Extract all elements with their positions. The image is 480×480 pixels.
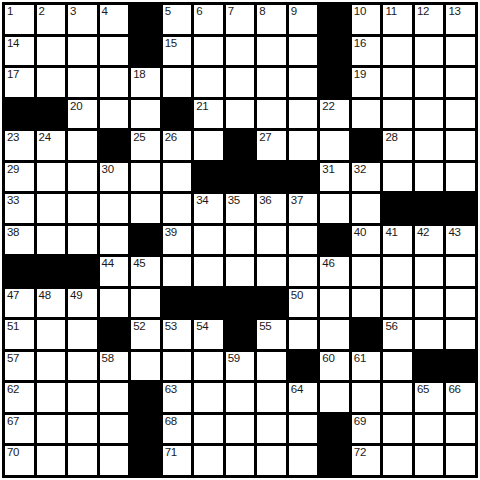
cell-r6c11[interactable]: 31	[320, 163, 349, 192]
cell-r6c6[interactable]	[163, 163, 192, 192]
clue-number-42: 42	[417, 226, 429, 239]
black-cell-r7c13	[383, 194, 412, 223]
cell-r1c2[interactable]: 2	[37, 5, 66, 34]
cell-r12c13[interactable]	[383, 352, 412, 381]
cell-r8c7[interactable]	[194, 226, 223, 255]
clue-number-51: 51	[7, 320, 19, 333]
cell-r4c11[interactable]: 22	[320, 100, 349, 129]
clue-number-66: 66	[448, 383, 460, 396]
cell-r14c15[interactable]	[446, 415, 475, 444]
cell-r7c9[interactable]: 36	[257, 194, 286, 223]
clue-number-49: 49	[70, 289, 82, 302]
cell-r8c15[interactable]: 43	[446, 226, 475, 255]
clue-number-34: 34	[196, 194, 208, 207]
clue-number-59: 59	[228, 352, 240, 365]
cell-r5c11[interactable]	[320, 131, 349, 160]
cell-r8c2[interactable]	[37, 226, 66, 255]
cell-r9c9[interactable]	[257, 257, 286, 286]
cell-r8c8[interactable]	[226, 226, 255, 255]
crossword-board: 1234567891011121314151617181920212223242…	[2, 2, 478, 478]
cell-r13c10[interactable]: 64	[289, 383, 318, 412]
cell-r15c9[interactable]	[257, 446, 286, 475]
cell-r3c5[interactable]: 18	[131, 68, 160, 97]
cell-r1c3[interactable]: 3	[68, 5, 97, 34]
cell-r2c12[interactable]: 16	[352, 37, 381, 66]
clue-number-64: 64	[291, 383, 303, 396]
cell-r9c5[interactable]: 45	[131, 257, 160, 286]
clue-number-5: 5	[165, 5, 171, 18]
cell-r14c6[interactable]: 68	[163, 415, 192, 444]
cell-r14c9[interactable]	[257, 415, 286, 444]
black-cell-r1c11	[320, 5, 349, 34]
cell-r2c15[interactable]	[446, 37, 475, 66]
cell-r15c12[interactable]: 72	[352, 446, 381, 475]
cell-r15c4[interactable]	[100, 446, 129, 475]
cell-r12c1[interactable]: 57	[5, 352, 34, 381]
cell-r1c14[interactable]: 12	[415, 5, 444, 34]
clue-number-23: 23	[7, 131, 19, 144]
clue-number-40: 40	[354, 226, 366, 239]
clue-number-61: 61	[354, 352, 366, 365]
cell-r11c2[interactable]	[37, 320, 66, 349]
clue-number-24: 24	[39, 131, 51, 144]
clue-number-29: 29	[7, 163, 19, 176]
cell-r15c13[interactable]	[383, 446, 412, 475]
cell-r11c11[interactable]	[320, 320, 349, 349]
cell-r12c5[interactable]	[131, 352, 160, 381]
cell-r13c4[interactable]	[100, 383, 129, 412]
cell-r15c6[interactable]: 71	[163, 446, 192, 475]
clue-number-17: 17	[7, 68, 19, 81]
clue-number-36: 36	[259, 194, 271, 207]
cell-r6c4[interactable]: 30	[100, 163, 129, 192]
clue-number-60: 60	[322, 352, 334, 365]
cell-r12c12[interactable]: 61	[352, 352, 381, 381]
clue-number-13: 13	[448, 5, 460, 18]
clue-number-8: 8	[259, 5, 265, 18]
black-cell-r6c8	[226, 163, 255, 192]
clue-number-3: 3	[70, 5, 76, 18]
clue-number-48: 48	[39, 289, 51, 302]
cell-r4c5[interactable]	[131, 100, 160, 129]
cell-r6c14[interactable]	[415, 163, 444, 192]
cell-r1c12[interactable]: 10	[352, 5, 381, 34]
clue-number-1: 1	[7, 5, 13, 18]
clue-number-50: 50	[291, 289, 303, 302]
cell-r5c2[interactable]: 24	[37, 131, 66, 160]
cell-r2c10[interactable]	[289, 37, 318, 66]
clue-number-37: 37	[291, 194, 303, 207]
clue-number-65: 65	[417, 383, 429, 396]
cell-r8c10[interactable]	[289, 226, 318, 255]
cell-r11c13[interactable]: 56	[383, 320, 412, 349]
cell-r12c11[interactable]: 60	[320, 352, 349, 381]
cell-r8c4[interactable]	[100, 226, 129, 255]
cell-r11c7[interactable]: 54	[194, 320, 223, 349]
cell-r9c6[interactable]	[163, 257, 192, 286]
cell-r3c6[interactable]	[163, 68, 192, 97]
clue-number-70: 70	[7, 446, 19, 459]
cell-r7c3[interactable]	[68, 194, 97, 223]
black-cell-r14c5	[131, 415, 160, 444]
cell-r11c6[interactable]: 53	[163, 320, 192, 349]
cell-r2c4[interactable]	[100, 37, 129, 66]
black-cell-r4c2	[37, 100, 66, 129]
cell-r15c15[interactable]	[446, 446, 475, 475]
cell-r13c2[interactable]	[37, 383, 66, 412]
cell-r14c7[interactable]	[194, 415, 223, 444]
clue-number-6: 6	[196, 5, 202, 18]
cell-r15c14[interactable]	[415, 446, 444, 475]
clue-number-38: 38	[7, 226, 19, 239]
cell-r10c15[interactable]	[446, 289, 475, 318]
clue-number-63: 63	[165, 383, 177, 396]
cell-r7c4[interactable]	[100, 194, 129, 223]
black-cell-r5c12	[352, 131, 381, 160]
clue-number-39: 39	[165, 226, 177, 239]
cell-r7c2[interactable]	[37, 194, 66, 223]
black-cell-r6c7	[194, 163, 223, 192]
black-cell-r1c5	[131, 5, 160, 34]
cell-r13c11[interactable]	[320, 383, 349, 412]
cell-r2c3[interactable]	[68, 37, 97, 66]
clue-number-53: 53	[165, 320, 177, 333]
black-cell-r14c11	[320, 415, 349, 444]
cell-r13c12[interactable]	[352, 383, 381, 412]
black-cell-r12c15	[446, 352, 475, 381]
black-cell-r10c7	[194, 289, 223, 318]
cell-r1c13[interactable]: 11	[383, 5, 412, 34]
cell-r5c15[interactable]	[446, 131, 475, 160]
cell-r6c13[interactable]	[383, 163, 412, 192]
clue-number-28: 28	[385, 131, 397, 144]
clue-number-31: 31	[322, 163, 334, 176]
cell-r15c3[interactable]	[68, 446, 97, 475]
black-cell-r13c5	[131, 383, 160, 412]
clue-number-72: 72	[354, 446, 366, 459]
black-cell-r5c8	[226, 131, 255, 160]
cell-r4c8[interactable]	[226, 100, 255, 129]
cell-r9c4[interactable]: 44	[100, 257, 129, 286]
clue-number-58: 58	[102, 352, 114, 365]
cell-r8c14[interactable]: 42	[415, 226, 444, 255]
cell-r12c3[interactable]	[68, 352, 97, 381]
clue-number-22: 22	[322, 100, 334, 113]
clue-number-4: 4	[102, 5, 108, 18]
cell-r10c11[interactable]	[320, 289, 349, 318]
black-cell-r15c11	[320, 446, 349, 475]
cell-r13c13[interactable]	[383, 383, 412, 412]
cell-r3c15[interactable]	[446, 68, 475, 97]
cell-r3c7[interactable]	[194, 68, 223, 97]
clue-number-30: 30	[102, 163, 114, 176]
cell-r13c15[interactable]: 66	[446, 383, 475, 412]
cell-r2c1[interactable]: 14	[5, 37, 34, 66]
cell-r14c12[interactable]: 69	[352, 415, 381, 444]
clue-number-43: 43	[448, 226, 460, 239]
cell-r4c14[interactable]	[415, 100, 444, 129]
cell-r3c14[interactable]	[415, 68, 444, 97]
cell-r11c9[interactable]: 55	[257, 320, 286, 349]
black-cell-r10c6	[163, 289, 192, 318]
clue-number-56: 56	[385, 320, 397, 333]
cell-r4c15[interactable]	[446, 100, 475, 129]
clue-number-44: 44	[102, 257, 114, 270]
cell-r8c9[interactable]	[257, 226, 286, 255]
clue-number-12: 12	[417, 5, 429, 18]
cell-r3c9[interactable]	[257, 68, 286, 97]
black-cell-r2c5	[131, 37, 160, 66]
cell-r12c9[interactable]	[257, 352, 286, 381]
clue-number-7: 7	[228, 5, 234, 18]
cell-r8c6[interactable]: 39	[163, 226, 192, 255]
cell-r15c1[interactable]: 70	[5, 446, 34, 475]
clue-number-26: 26	[165, 131, 177, 144]
clue-number-41: 41	[385, 226, 397, 239]
cell-r15c7[interactable]	[194, 446, 223, 475]
cell-r10c4[interactable]	[100, 289, 129, 318]
cell-r4c3[interactable]: 20	[68, 100, 97, 129]
cell-r7c1[interactable]: 33	[5, 194, 34, 223]
cell-r13c1[interactable]: 62	[5, 383, 34, 412]
cell-r6c1[interactable]: 29	[5, 163, 34, 192]
cell-r10c13[interactable]	[383, 289, 412, 318]
clue-number-20: 20	[70, 100, 82, 113]
cell-r10c3[interactable]: 49	[68, 289, 97, 318]
cell-r2c6[interactable]: 15	[163, 37, 192, 66]
cell-r9c11[interactable]: 46	[320, 257, 349, 286]
cell-r1c15[interactable]: 13	[446, 5, 475, 34]
cell-r7c12[interactable]	[352, 194, 381, 223]
clue-number-52: 52	[133, 320, 145, 333]
cell-r12c2[interactable]	[37, 352, 66, 381]
cell-r2c14[interactable]	[415, 37, 444, 66]
black-cell-r6c9	[257, 163, 286, 192]
cell-r10c1[interactable]: 47	[5, 289, 34, 318]
clue-number-9: 9	[291, 5, 297, 18]
black-cell-r10c9	[257, 289, 286, 318]
cell-r14c3[interactable]	[68, 415, 97, 444]
cell-r8c1[interactable]: 38	[5, 226, 34, 255]
cell-r3c8[interactable]	[226, 68, 255, 97]
cell-r15c8[interactable]	[226, 446, 255, 475]
clue-number-15: 15	[165, 37, 177, 50]
black-cell-r11c12	[352, 320, 381, 349]
cell-r14c4[interactable]	[100, 415, 129, 444]
black-cell-r10c8	[226, 289, 255, 318]
cell-r6c2[interactable]	[37, 163, 66, 192]
clue-number-69: 69	[354, 415, 366, 428]
cell-r11c15[interactable]	[446, 320, 475, 349]
black-cell-r15c5	[131, 446, 160, 475]
cell-r3c13[interactable]	[383, 68, 412, 97]
cell-r2c7[interactable]	[194, 37, 223, 66]
cell-r7c10[interactable]: 37	[289, 194, 318, 223]
cell-r3c12[interactable]: 19	[352, 68, 381, 97]
cell-r5c14[interactable]	[415, 131, 444, 160]
cell-r14c14[interactable]	[415, 415, 444, 444]
cell-r6c3[interactable]	[68, 163, 97, 192]
cell-r13c14[interactable]: 65	[415, 383, 444, 412]
cell-r13c8[interactable]	[226, 383, 255, 412]
clue-number-32: 32	[354, 163, 366, 176]
cell-r6c12[interactable]: 32	[352, 163, 381, 192]
cell-r3c3[interactable]	[68, 68, 97, 97]
clue-number-47: 47	[7, 289, 19, 302]
black-cell-r8c11	[320, 226, 349, 255]
cell-r9c7[interactable]	[194, 257, 223, 286]
cell-r5c3[interactable]	[68, 131, 97, 160]
cell-r7c11[interactable]	[320, 194, 349, 223]
cell-r13c9[interactable]	[257, 383, 286, 412]
cell-r2c2[interactable]	[37, 37, 66, 66]
cell-r2c8[interactable]	[226, 37, 255, 66]
clue-number-21: 21	[196, 100, 208, 113]
cell-r3c10[interactable]	[289, 68, 318, 97]
cell-r3c4[interactable]	[100, 68, 129, 97]
clue-number-10: 10	[354, 5, 366, 18]
cell-r14c10[interactable]	[289, 415, 318, 444]
clue-number-19: 19	[354, 68, 366, 81]
black-cell-r9c1	[5, 257, 34, 286]
cell-r9c12[interactable]	[352, 257, 381, 286]
cell-r8c13[interactable]: 41	[383, 226, 412, 255]
cell-r1c6[interactable]: 5	[163, 5, 192, 34]
cell-r13c7[interactable]	[194, 383, 223, 412]
cell-r4c10[interactable]	[289, 100, 318, 129]
cell-r4c4[interactable]	[100, 100, 129, 129]
clue-number-16: 16	[354, 37, 366, 50]
cell-r3c1[interactable]: 17	[5, 68, 34, 97]
clue-number-18: 18	[133, 68, 145, 81]
clue-number-33: 33	[7, 194, 19, 207]
cell-r15c2[interactable]	[37, 446, 66, 475]
cell-r15c10[interactable]	[289, 446, 318, 475]
cell-r11c1[interactable]: 51	[5, 320, 34, 349]
black-cell-r9c2	[37, 257, 66, 286]
cell-r14c1[interactable]: 67	[5, 415, 34, 444]
cell-r7c5[interactable]	[131, 194, 160, 223]
cell-r1c9[interactable]: 8	[257, 5, 286, 34]
cell-r9c13[interactable]	[383, 257, 412, 286]
cell-r12c8[interactable]: 59	[226, 352, 255, 381]
clue-number-46: 46	[322, 257, 334, 270]
cell-r5c7[interactable]	[194, 131, 223, 160]
black-cell-r4c1	[5, 100, 34, 129]
cell-r11c14[interactable]	[415, 320, 444, 349]
cell-r11c10[interactable]	[289, 320, 318, 349]
cell-r10c5[interactable]	[131, 289, 160, 318]
clue-number-57: 57	[7, 352, 19, 365]
cell-r14c13[interactable]	[383, 415, 412, 444]
cell-r5c6[interactable]: 26	[163, 131, 192, 160]
black-cell-r4c6	[163, 100, 192, 129]
cell-r8c12[interactable]: 40	[352, 226, 381, 255]
cell-r4c9[interactable]	[257, 100, 286, 129]
cell-r6c15[interactable]	[446, 163, 475, 192]
black-cell-r11c8	[226, 320, 255, 349]
clue-number-45: 45	[133, 257, 145, 270]
cell-r5c1[interactable]: 23	[5, 131, 34, 160]
cell-r3c2[interactable]	[37, 68, 66, 97]
clue-number-14: 14	[7, 37, 19, 50]
cell-r12c6[interactable]	[163, 352, 192, 381]
cell-r5c10[interactable]	[289, 131, 318, 160]
cell-r9c8[interactable]	[226, 257, 255, 286]
black-cell-r2c11	[320, 37, 349, 66]
black-cell-r12c10	[289, 352, 318, 381]
cell-r9c14[interactable]	[415, 257, 444, 286]
cell-r10c14[interactable]	[415, 289, 444, 318]
clue-number-55: 55	[259, 320, 271, 333]
cell-r1c4[interactable]: 4	[100, 5, 129, 34]
cell-r7c6[interactable]	[163, 194, 192, 223]
black-cell-r7c15	[446, 194, 475, 223]
black-cell-r9c3	[68, 257, 97, 286]
cell-r14c8[interactable]	[226, 415, 255, 444]
black-cell-r6c10	[289, 163, 318, 192]
black-cell-r8c5	[131, 226, 160, 255]
cell-r11c3[interactable]	[68, 320, 97, 349]
cell-r1c7[interactable]: 6	[194, 5, 223, 34]
clue-number-2: 2	[39, 5, 45, 18]
black-cell-r3c11	[320, 68, 349, 97]
cell-r12c7[interactable]	[194, 352, 223, 381]
cell-r10c10[interactable]: 50	[289, 289, 318, 318]
cell-r13c6[interactable]: 63	[163, 383, 192, 412]
cell-r14c2[interactable]	[37, 415, 66, 444]
cell-r5c5[interactable]: 25	[131, 131, 160, 160]
black-cell-r5c4	[100, 131, 129, 160]
black-cell-r7c14	[415, 194, 444, 223]
cell-r4c13[interactable]	[383, 100, 412, 129]
cell-r1c8[interactable]: 7	[226, 5, 255, 34]
cell-r11c5[interactable]: 52	[131, 320, 160, 349]
cell-r9c10[interactable]	[289, 257, 318, 286]
cell-r8c3[interactable]	[68, 226, 97, 255]
clue-number-71: 71	[165, 446, 177, 459]
cell-r9c15[interactable]	[446, 257, 475, 286]
clue-number-62: 62	[7, 383, 19, 396]
cell-r2c9[interactable]	[257, 37, 286, 66]
cell-r7c8[interactable]: 35	[226, 194, 255, 223]
clue-number-67: 67	[7, 415, 19, 428]
cell-r10c12[interactable]	[352, 289, 381, 318]
cell-r13c3[interactable]	[68, 383, 97, 412]
cell-r1c10[interactable]: 9	[289, 5, 318, 34]
cell-r7c7[interactable]: 34	[194, 194, 223, 223]
black-cell-r12c14	[415, 352, 444, 381]
clue-number-54: 54	[196, 320, 208, 333]
cell-r6c5[interactable]	[131, 163, 160, 192]
clue-number-35: 35	[228, 194, 240, 207]
clue-number-68: 68	[165, 415, 177, 428]
clue-number-11: 11	[385, 5, 396, 18]
clue-number-25: 25	[133, 131, 145, 144]
cell-r4c7[interactable]: 21	[194, 100, 223, 129]
clue-number-27: 27	[259, 131, 271, 144]
cell-r5c9[interactable]: 27	[257, 131, 286, 160]
cell-r10c2[interactable]: 48	[37, 289, 66, 318]
cell-r1c1[interactable]: 1	[5, 5, 34, 34]
black-cell-r11c4	[100, 320, 129, 349]
cell-r2c13[interactable]	[383, 37, 412, 66]
cell-r5c13[interactable]: 28	[383, 131, 412, 160]
cell-r4c12[interactable]	[352, 100, 381, 129]
cell-r12c4[interactable]: 58	[100, 352, 129, 381]
